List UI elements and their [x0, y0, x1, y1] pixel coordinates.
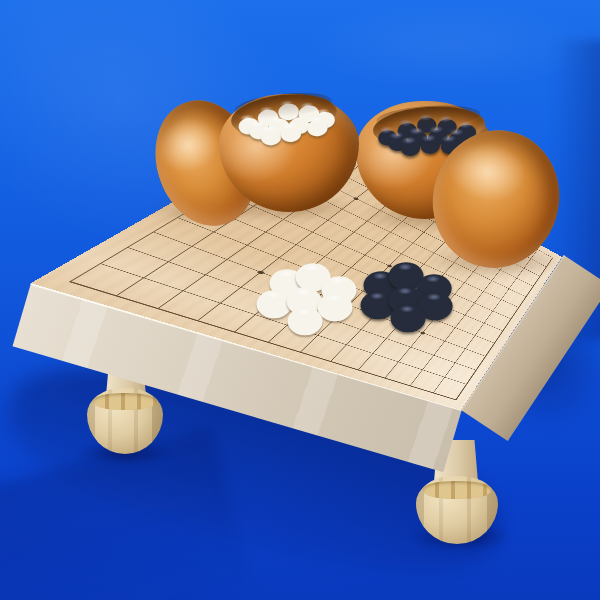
leg-carved-collar: [93, 393, 157, 410]
white-stone: ●: [269, 113, 312, 149]
leg-carved-collar: [423, 481, 491, 499]
go-set-photo: ●●●●●●●●●●●●●● ●●●●●●●●●●● ●●●●●●●●●●●●: [0, 0, 600, 600]
